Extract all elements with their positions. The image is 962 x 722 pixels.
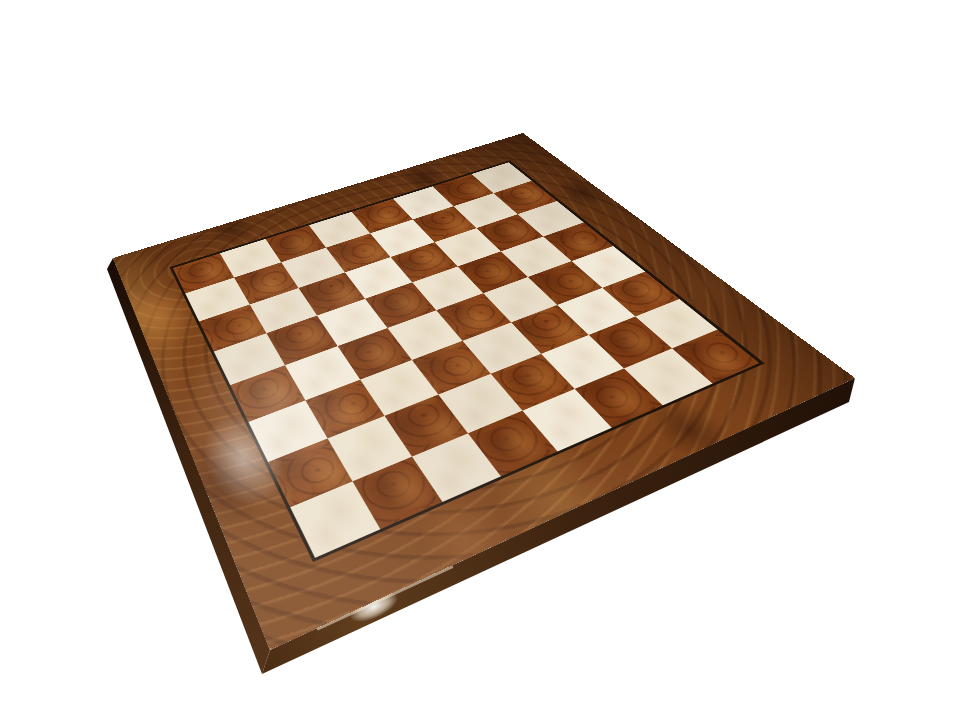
photo-white-background (0, 0, 962, 722)
